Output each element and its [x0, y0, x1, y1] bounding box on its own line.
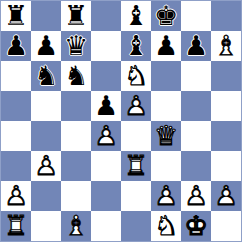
square-f8[interactable]: ♚ — [151, 1, 181, 31]
piece-white-pawn[interactable]: ♙ — [151, 181, 181, 211]
square-h5[interactable] — [211, 91, 241, 121]
piece-white-pawn[interactable]: ♙ — [31, 151, 61, 181]
piece-white-bishop[interactable]: ♗ — [211, 31, 241, 61]
square-d8[interactable] — [91, 1, 121, 31]
square-g8[interactable] — [181, 1, 211, 31]
square-b1[interactable] — [31, 211, 61, 241]
square-c7[interactable]: ♛ — [61, 31, 91, 61]
square-h1[interactable] — [211, 211, 241, 241]
square-g5[interactable] — [181, 91, 211, 121]
square-a7[interactable]: ♟ — [1, 31, 31, 61]
square-c3[interactable] — [61, 151, 91, 181]
piece-black-pawn[interactable]: ♟ — [31, 31, 61, 61]
square-g7[interactable]: ♟ — [181, 31, 211, 61]
square-f4[interactable]: ♛♕ — [151, 121, 181, 151]
square-a6[interactable] — [1, 61, 31, 91]
piece-black-pawn[interactable]: ♟ — [181, 31, 211, 61]
piece-black-pawn[interactable]: ♟ — [151, 31, 181, 61]
piece-black-rook[interactable]: ♜ — [61, 1, 91, 31]
square-h7[interactable]: ♝♗ — [211, 31, 241, 61]
square-f3[interactable] — [151, 151, 181, 181]
piece-black-king[interactable]: ♚ — [151, 1, 181, 31]
square-a2[interactable]: ♟♙ — [1, 181, 31, 211]
piece-white-knight[interactable]: ♘ — [121, 61, 151, 91]
square-e5[interactable]: ♟♙ — [121, 91, 151, 121]
square-e1[interactable] — [121, 211, 151, 241]
square-c8[interactable]: ♜ — [61, 1, 91, 31]
square-a5[interactable] — [1, 91, 31, 121]
piece-white-pawn[interactable]: ♙ — [121, 91, 151, 121]
piece-white-bishop[interactable]: ♗ — [61, 211, 91, 241]
square-g6[interactable] — [181, 61, 211, 91]
square-e2[interactable] — [121, 181, 151, 211]
square-e6[interactable]: ♞♘ — [121, 61, 151, 91]
square-e3[interactable]: ♜♖ — [121, 151, 151, 181]
piece-black-bishop[interactable]: ♝ — [121, 1, 151, 31]
piece-white-knight[interactable]: ♘ — [151, 211, 181, 241]
square-e7[interactable]: ♝ — [121, 31, 151, 61]
square-c6[interactable]: ♞ — [61, 61, 91, 91]
square-b5[interactable] — [31, 91, 61, 121]
piece-black-knight[interactable]: ♞ — [31, 61, 61, 91]
square-g1[interactable]: ♚♔ — [181, 211, 211, 241]
square-b4[interactable] — [31, 121, 61, 151]
square-c1[interactable]: ♝♗ — [61, 211, 91, 241]
square-f5[interactable] — [151, 91, 181, 121]
square-e4[interactable] — [121, 121, 151, 151]
square-h6[interactable] — [211, 61, 241, 91]
square-g2[interactable]: ♟♙ — [181, 181, 211, 211]
square-g4[interactable] — [181, 121, 211, 151]
square-b3[interactable]: ♟♙ — [31, 151, 61, 181]
chess-board: ♜♜♝♚♟♟♛♝♟♟♝♗♞♞♞♘♟♟♙♟♙♛♕♟♙♜♖♟♙♟♙♟♙♟♙♜♖♝♗♞… — [0, 0, 242, 242]
square-f7[interactable]: ♟ — [151, 31, 181, 61]
square-d1[interactable] — [91, 211, 121, 241]
square-a4[interactable] — [1, 121, 31, 151]
piece-black-rook[interactable]: ♜ — [1, 1, 31, 31]
square-d3[interactable] — [91, 151, 121, 181]
square-h8[interactable] — [211, 1, 241, 31]
piece-black-pawn[interactable]: ♟ — [91, 91, 121, 121]
square-e8[interactable]: ♝ — [121, 1, 151, 31]
piece-black-queen[interactable]: ♛ — [61, 31, 91, 61]
piece-black-pawn[interactable]: ♟ — [1, 31, 31, 61]
square-c4[interactable] — [61, 121, 91, 151]
piece-white-pawn[interactable]: ♙ — [211, 181, 241, 211]
piece-white-queen[interactable]: ♕ — [151, 121, 181, 151]
square-d2[interactable] — [91, 181, 121, 211]
square-a3[interactable] — [1, 151, 31, 181]
piece-white-rook[interactable]: ♖ — [121, 151, 151, 181]
square-f1[interactable]: ♞♘ — [151, 211, 181, 241]
square-b2[interactable] — [31, 181, 61, 211]
piece-white-pawn[interactable]: ♙ — [1, 181, 31, 211]
square-b7[interactable]: ♟ — [31, 31, 61, 61]
piece-white-king[interactable]: ♔ — [181, 211, 211, 241]
square-b6[interactable]: ♞ — [31, 61, 61, 91]
square-f6[interactable] — [151, 61, 181, 91]
square-d4[interactable]: ♟♙ — [91, 121, 121, 151]
square-h3[interactable] — [211, 151, 241, 181]
square-d5[interactable]: ♟ — [91, 91, 121, 121]
piece-white-pawn[interactable]: ♙ — [91, 121, 121, 151]
square-d6[interactable] — [91, 61, 121, 91]
square-c2[interactable] — [61, 181, 91, 211]
square-a8[interactable]: ♜ — [1, 1, 31, 31]
square-a1[interactable]: ♜♖ — [1, 211, 31, 241]
square-b8[interactable] — [31, 1, 61, 31]
piece-black-knight[interactable]: ♞ — [61, 61, 91, 91]
square-g3[interactable] — [181, 151, 211, 181]
square-h2[interactable]: ♟♙ — [211, 181, 241, 211]
square-f2[interactable]: ♟♙ — [151, 181, 181, 211]
piece-white-pawn[interactable]: ♙ — [181, 181, 211, 211]
piece-white-rook[interactable]: ♖ — [1, 211, 31, 241]
piece-black-bishop[interactable]: ♝ — [121, 31, 151, 61]
square-d7[interactable] — [91, 31, 121, 61]
square-c5[interactable] — [61, 91, 91, 121]
square-h4[interactable] — [211, 121, 241, 151]
